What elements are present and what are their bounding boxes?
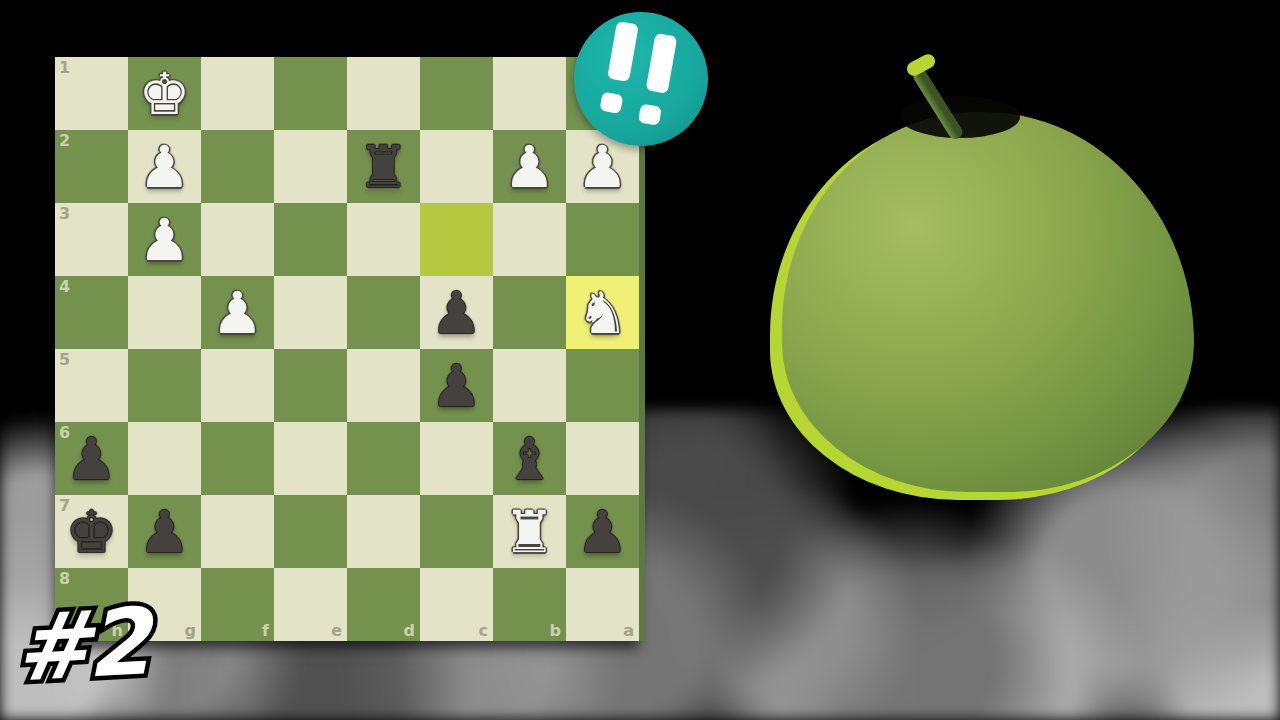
piece-wR-b7[interactable]: ♜	[493, 495, 566, 568]
piece-wK-g1[interactable]: ♚	[128, 57, 201, 130]
square-f3[interactable]	[201, 203, 274, 276]
rank-label-5: 5	[59, 352, 70, 368]
piece-bP-g7[interactable]: ♟	[128, 495, 201, 568]
piece-wP-b2[interactable]: ♟	[493, 130, 566, 203]
square-g4[interactable]	[128, 276, 201, 349]
piece-wP-g2[interactable]: ♟	[128, 130, 201, 203]
square-g6[interactable]	[128, 422, 201, 495]
square-a5[interactable]	[566, 349, 639, 422]
square-d3[interactable]	[347, 203, 420, 276]
square-g5[interactable]	[128, 349, 201, 422]
square-h7[interactable]: ♚7	[55, 495, 128, 568]
file-label-c: c	[479, 623, 488, 639]
square-h5[interactable]: 5	[55, 349, 128, 422]
square-h4[interactable]: 4	[55, 276, 128, 349]
square-e6[interactable]	[274, 422, 347, 495]
exclamation-dot	[599, 92, 623, 114]
square-a3[interactable]	[566, 203, 639, 276]
square-d7[interactable]	[347, 495, 420, 568]
piece-bB-b6[interactable]: ♝	[493, 422, 566, 495]
square-c8[interactable]: c	[420, 568, 493, 641]
file-label-d: d	[404, 623, 415, 639]
rank-label-8: 8	[59, 571, 70, 587]
apple-body	[782, 112, 1194, 492]
square-g1[interactable]: ♚	[128, 57, 201, 130]
file-label-b: b	[550, 623, 561, 639]
square-e4[interactable]	[274, 276, 347, 349]
piece-bR-d2[interactable]: ♜	[347, 130, 420, 203]
square-h6[interactable]: ♟6	[55, 422, 128, 495]
square-c6[interactable]	[420, 422, 493, 495]
exclamation-dot	[638, 103, 662, 125]
square-b6[interactable]: ♝	[493, 422, 566, 495]
brilliant-move-badge	[574, 12, 708, 146]
square-b3[interactable]	[493, 203, 566, 276]
square-f2[interactable]	[201, 130, 274, 203]
square-b2[interactable]: ♟	[493, 130, 566, 203]
piece-bP-c4[interactable]: ♟	[420, 276, 493, 349]
square-a6[interactable]	[566, 422, 639, 495]
square-f4[interactable]: ♟	[201, 276, 274, 349]
rank-label-6: 6	[59, 425, 70, 441]
double-exclamation-icon	[594, 20, 688, 132]
chess-board: 1♚2♟♜♟♟3♟4♟♟♞5♟♟6♝♚7♟♜♟8hgfedcba	[55, 57, 639, 641]
square-g3[interactable]: ♟	[128, 203, 201, 276]
piece-bP-a7[interactable]: ♟	[566, 495, 639, 568]
rank-label-7: 7	[59, 498, 70, 514]
square-f7[interactable]	[201, 495, 274, 568]
square-b8[interactable]: b	[493, 568, 566, 641]
file-label-f: f	[262, 623, 269, 639]
square-d1[interactable]	[347, 57, 420, 130]
square-c1[interactable]	[420, 57, 493, 130]
square-h3[interactable]: 3	[55, 203, 128, 276]
square-e2[interactable]	[274, 130, 347, 203]
square-b1[interactable]	[493, 57, 566, 130]
piece-wP-f4[interactable]: ♟	[201, 276, 274, 349]
square-e5[interactable]	[274, 349, 347, 422]
piece-bP-c5[interactable]: ♟	[420, 349, 493, 422]
square-d6[interactable]	[347, 422, 420, 495]
file-label-g: g	[185, 623, 196, 639]
square-c3[interactable]	[420, 203, 493, 276]
square-f1[interactable]	[201, 57, 274, 130]
piece-wP-g3[interactable]: ♟	[128, 203, 201, 276]
square-c4[interactable]: ♟	[420, 276, 493, 349]
puzzle-number-caption: #2	[11, 589, 148, 703]
square-f8[interactable]: f	[201, 568, 274, 641]
rank-label-1: 1	[59, 60, 70, 76]
square-g2[interactable]: ♟	[128, 130, 201, 203]
square-f5[interactable]	[201, 349, 274, 422]
square-h1[interactable]: 1	[55, 57, 128, 130]
file-label-e: e	[331, 623, 342, 639]
square-e3[interactable]	[274, 203, 347, 276]
square-h2[interactable]: 2	[55, 130, 128, 203]
rank-label-3: 3	[59, 206, 70, 222]
square-c7[interactable]	[420, 495, 493, 568]
square-d2[interactable]: ♜	[347, 130, 420, 203]
file-label-a: a	[623, 623, 634, 639]
square-e1[interactable]	[274, 57, 347, 130]
square-a7[interactable]: ♟	[566, 495, 639, 568]
exclamation-bar	[607, 21, 639, 82]
square-a8[interactable]: a	[566, 568, 639, 641]
square-c2[interactable]	[420, 130, 493, 203]
square-d8[interactable]: d	[347, 568, 420, 641]
square-e8[interactable]: e	[274, 568, 347, 641]
square-d5[interactable]	[347, 349, 420, 422]
square-b4[interactable]	[493, 276, 566, 349]
square-a4[interactable]: ♞	[566, 276, 639, 349]
scene: 1♚2♟♜♟♟3♟4♟♟♞5♟♟6♝♚7♟♜♟8hgfedcba #2	[0, 0, 1280, 720]
square-c5[interactable]: ♟	[420, 349, 493, 422]
rank-label-4: 4	[59, 279, 70, 295]
rank-label-2: 2	[59, 133, 70, 149]
exclamation-bar	[646, 33, 678, 94]
square-g7[interactable]: ♟	[128, 495, 201, 568]
square-b7[interactable]: ♜	[493, 495, 566, 568]
square-e7[interactable]	[274, 495, 347, 568]
square-b5[interactable]	[493, 349, 566, 422]
square-f6[interactable]	[201, 422, 274, 495]
piece-wN-a4[interactable]: ♞	[566, 276, 639, 349]
square-d4[interactable]	[347, 276, 420, 349]
